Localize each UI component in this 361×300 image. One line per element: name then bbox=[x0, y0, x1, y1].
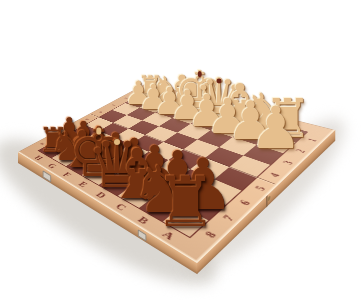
chess-set-photo: HHGGFFEEDDCCBBAA1122334455667788 ♜♞♝♛♚♝♞… bbox=[0, 0, 361, 300]
piece-black-rook-a8[interactable]: ♜ bbox=[154, 167, 216, 236]
piece-white-pawn-a2[interactable]: ♟ bbox=[250, 99, 302, 157]
hinge-pin-icon bbox=[267, 195, 270, 202]
